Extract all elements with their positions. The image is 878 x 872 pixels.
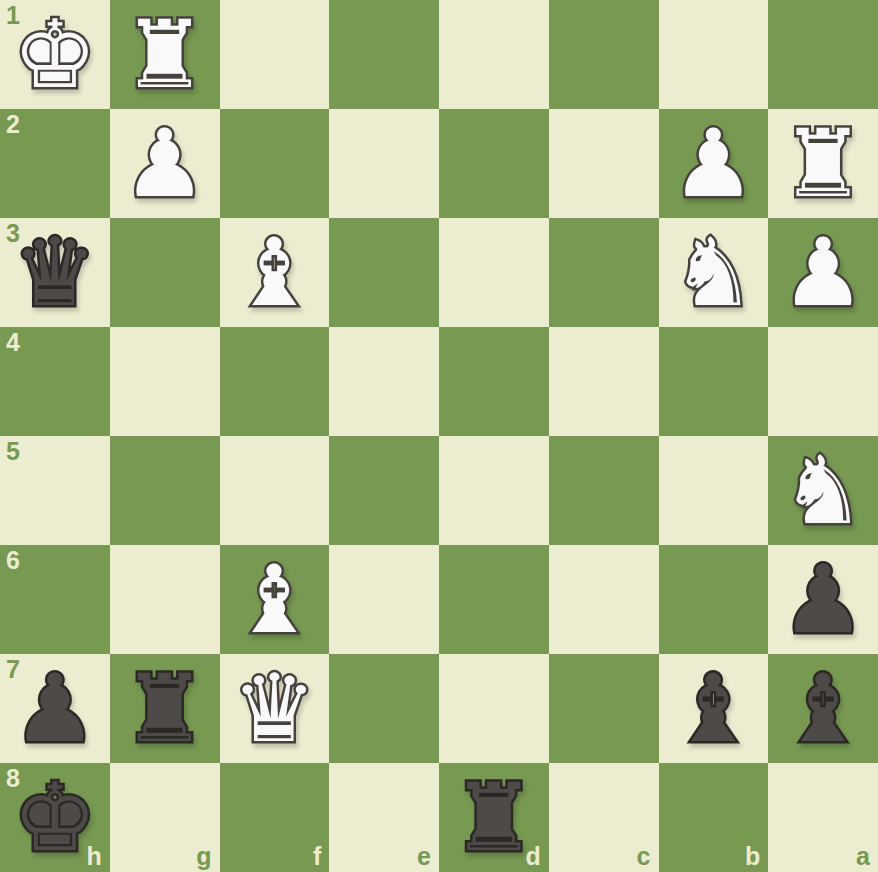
file-label-b: b	[745, 844, 760, 869]
square-f4[interactable]	[220, 327, 330, 436]
square-d4[interactable]	[439, 327, 549, 436]
square-g4[interactable]	[110, 327, 220, 436]
square-f3[interactable]: ♝	[220, 218, 330, 327]
rank-label-5: 5	[6, 439, 20, 464]
square-b7[interactable]: ♝	[659, 654, 769, 763]
black-bishop[interactable]: ♝	[671, 662, 755, 756]
square-c3[interactable]	[549, 218, 659, 327]
square-d6[interactable]	[439, 545, 549, 654]
white-knight[interactable]: ♞	[671, 226, 755, 320]
square-d3[interactable]	[439, 218, 549, 327]
square-a2[interactable]: ♜	[768, 109, 878, 218]
square-h1[interactable]: 1♚	[0, 0, 110, 109]
square-c8[interactable]: c	[549, 763, 659, 872]
square-f5[interactable]	[220, 436, 330, 545]
square-c7[interactable]	[549, 654, 659, 763]
square-b2[interactable]: ♟	[659, 109, 769, 218]
square-d5[interactable]	[439, 436, 549, 545]
black-rook[interactable]: ♜	[452, 771, 536, 865]
square-d1[interactable]	[439, 0, 549, 109]
square-d2[interactable]	[439, 109, 549, 218]
rank-label-4: 4	[6, 330, 20, 355]
black-pawn[interactable]: ♟	[13, 662, 97, 756]
square-b8[interactable]: b	[659, 763, 769, 872]
square-f2[interactable]	[220, 109, 330, 218]
black-pawn[interactable]: ♟	[781, 553, 865, 647]
file-label-c: c	[637, 844, 651, 869]
white-rook[interactable]: ♜	[122, 8, 206, 102]
square-b4[interactable]	[659, 327, 769, 436]
file-label-f: f	[313, 844, 321, 869]
square-a5[interactable]: ♞	[768, 436, 878, 545]
black-king[interactable]: ♚	[13, 771, 97, 865]
square-e3[interactable]	[329, 218, 439, 327]
white-pawn[interactable]: ♟	[781, 226, 865, 320]
square-b1[interactable]	[659, 0, 769, 109]
square-e4[interactable]	[329, 327, 439, 436]
square-e8[interactable]: e	[329, 763, 439, 872]
white-knight[interactable]: ♞	[781, 444, 865, 538]
white-king[interactable]: ♚	[13, 8, 97, 102]
file-label-a: a	[856, 844, 870, 869]
white-bishop[interactable]: ♝	[232, 226, 316, 320]
square-e2[interactable]	[329, 109, 439, 218]
square-g5[interactable]	[110, 436, 220, 545]
square-g6[interactable]	[110, 545, 220, 654]
white-pawn[interactable]: ♟	[671, 117, 755, 211]
square-f7[interactable]: ♛	[220, 654, 330, 763]
black-bishop[interactable]: ♝	[781, 662, 865, 756]
chess-board: 1♚♜2♟♟♜3♛♝♞♟45♞6♝♟7♟♜♛♝♝8h♚gfed♜cba	[0, 0, 878, 872]
square-g2[interactable]: ♟	[110, 109, 220, 218]
black-queen[interactable]: ♛	[13, 226, 97, 320]
rank-label-6: 6	[6, 548, 20, 573]
square-a6[interactable]: ♟	[768, 545, 878, 654]
square-h7[interactable]: 7♟	[0, 654, 110, 763]
square-c6[interactable]	[549, 545, 659, 654]
square-h2[interactable]: 2	[0, 109, 110, 218]
square-a3[interactable]: ♟	[768, 218, 878, 327]
square-h4[interactable]: 4	[0, 327, 110, 436]
square-e1[interactable]	[329, 0, 439, 109]
square-f1[interactable]	[220, 0, 330, 109]
square-d8[interactable]: d♜	[439, 763, 549, 872]
square-h8[interactable]: 8h♚	[0, 763, 110, 872]
square-b5[interactable]	[659, 436, 769, 545]
square-c4[interactable]	[549, 327, 659, 436]
square-c1[interactable]	[549, 0, 659, 109]
square-a4[interactable]	[768, 327, 878, 436]
file-label-g: g	[196, 844, 211, 869]
square-c2[interactable]	[549, 109, 659, 218]
black-rook[interactable]: ♜	[122, 662, 206, 756]
square-f6[interactable]: ♝	[220, 545, 330, 654]
square-d7[interactable]	[439, 654, 549, 763]
square-e6[interactable]	[329, 545, 439, 654]
square-e7[interactable]	[329, 654, 439, 763]
rank-label-2: 2	[6, 112, 20, 137]
square-h6[interactable]: 6	[0, 545, 110, 654]
white-pawn[interactable]: ♟	[122, 117, 206, 211]
square-f8[interactable]: f	[220, 763, 330, 872]
square-a8[interactable]: a	[768, 763, 878, 872]
square-g8[interactable]: g	[110, 763, 220, 872]
white-bishop[interactable]: ♝	[232, 553, 316, 647]
square-c5[interactable]	[549, 436, 659, 545]
square-b3[interactable]: ♞	[659, 218, 769, 327]
square-a1[interactable]	[768, 0, 878, 109]
file-label-e: e	[417, 844, 431, 869]
square-h3[interactable]: 3♛	[0, 218, 110, 327]
white-queen[interactable]: ♛	[232, 662, 316, 756]
square-a7[interactable]: ♝	[768, 654, 878, 763]
square-h5[interactable]: 5	[0, 436, 110, 545]
square-e5[interactable]	[329, 436, 439, 545]
square-b6[interactable]	[659, 545, 769, 654]
white-rook[interactable]: ♜	[781, 117, 865, 211]
square-g1[interactable]: ♜	[110, 0, 220, 109]
square-g3[interactable]	[110, 218, 220, 327]
square-g7[interactable]: ♜	[110, 654, 220, 763]
